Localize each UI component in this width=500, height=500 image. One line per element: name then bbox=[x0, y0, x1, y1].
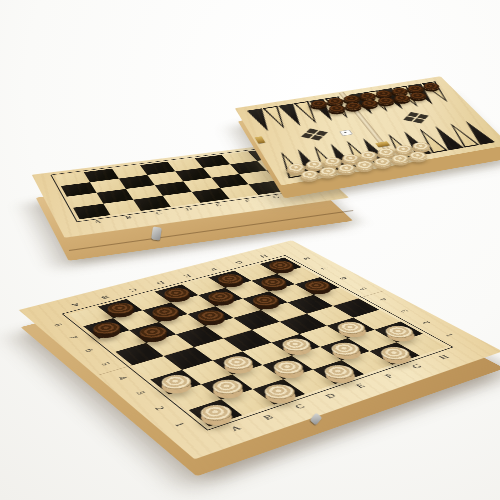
photo-scene: ABCDEFGH ❖ ❖ AABBCCDDEEFFGGHH11223344556… bbox=[0, 0, 500, 500]
rank-label-right: 7 bbox=[313, 264, 335, 273]
rank-label-right: 8 bbox=[296, 254, 318, 263]
rank-label-left: 5 bbox=[94, 357, 119, 370]
checkers-board-top: AABBCCDDEEFFGGHH1122334455667788 bbox=[19, 240, 500, 459]
ornament-icon: ❖ bbox=[394, 108, 439, 129]
clasp-icon bbox=[255, 136, 266, 143]
rank-label-left: 6 bbox=[77, 344, 101, 356]
rank-label-left: 4 bbox=[111, 371, 137, 384]
rank-label-right: 6 bbox=[332, 274, 355, 283]
rank-label-left: 1 bbox=[166, 417, 194, 432]
rank-label-left: 2 bbox=[147, 401, 174, 415]
rank-label-right: 1 bbox=[436, 330, 462, 341]
rank-label-right: 3 bbox=[392, 306, 417, 316]
rank-label-right: 4 bbox=[371, 295, 395, 305]
backgammon-top: ❖ ❖ bbox=[235, 76, 500, 185]
die[interactable] bbox=[339, 130, 353, 137]
folded-box-latch-icon bbox=[151, 226, 162, 240]
rank-label-right: 5 bbox=[351, 284, 374, 294]
rank-label-right: 2 bbox=[413, 318, 438, 329]
rank-label-left: 3 bbox=[128, 386, 154, 400]
ornament-icon: ❖ bbox=[293, 124, 338, 146]
rank-label-left: 8 bbox=[47, 319, 70, 330]
rank-label-left: 7 bbox=[62, 332, 86, 343]
